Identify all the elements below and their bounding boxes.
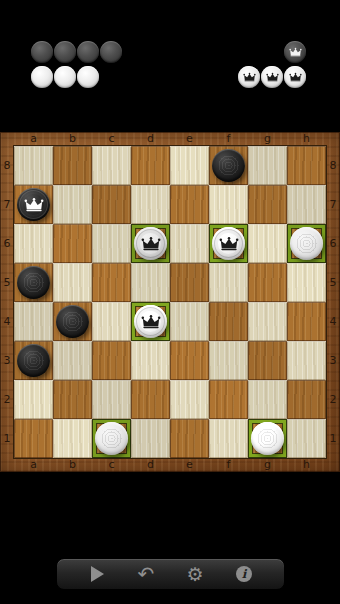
piece-black-king-a7[interactable] (17, 188, 50, 221)
square-h6[interactable] (287, 224, 326, 263)
file-label-b: b (53, 458, 92, 472)
piece-white-king-f6[interactable] (212, 227, 245, 260)
rank-label-7: 7 (326, 185, 340, 224)
square-a8[interactable] (14, 146, 53, 185)
tray-white-man (77, 66, 99, 88)
square-c2[interactable] (92, 380, 131, 419)
square-a4[interactable] (14, 302, 53, 341)
square-a7[interactable] (14, 185, 53, 224)
tray-black-man (100, 41, 122, 63)
square-b1[interactable] (53, 419, 92, 458)
tray-row-white-king (238, 66, 306, 88)
piece-white-king-d6[interactable] (134, 227, 167, 260)
tray-white-king (284, 66, 306, 88)
rank-labels-right: 87654321 (326, 146, 340, 458)
square-e7[interactable] (170, 185, 209, 224)
file-label-f: f (209, 458, 248, 472)
square-b7[interactable] (53, 185, 92, 224)
rank-label-7: 7 (0, 185, 14, 224)
square-c1[interactable] (92, 419, 131, 458)
rank-label-2: 2 (326, 380, 340, 419)
info-icon: i (236, 566, 252, 582)
file-label-d: d (131, 132, 170, 146)
square-g5[interactable] (248, 263, 287, 302)
file-label-c: c (92, 132, 131, 146)
square-a2[interactable] (14, 380, 53, 419)
square-h8[interactable] (287, 146, 326, 185)
file-label-f: f (209, 132, 248, 146)
rank-label-5: 5 (0, 263, 14, 302)
piece-white-man-g1[interactable] (251, 422, 284, 455)
square-b6[interactable] (53, 224, 92, 263)
tray-white-man (31, 66, 53, 88)
square-d8[interactable] (131, 146, 170, 185)
rank-label-8: 8 (326, 146, 340, 185)
square-c7[interactable] (92, 185, 131, 224)
piece-black-man-b4[interactable] (56, 305, 89, 338)
file-label-g: g (248, 132, 287, 146)
piece-black-man-a5[interactable] (17, 266, 50, 299)
file-labels-top: abcdefgh (14, 132, 326, 146)
square-b3[interactable] (53, 341, 92, 380)
square-h3[interactable] (287, 341, 326, 380)
tray-black-man (31, 41, 53, 63)
piece-white-king-d4[interactable] (134, 305, 167, 338)
square-g6[interactable] (248, 224, 287, 263)
file-label-h: h (287, 458, 326, 472)
settings-button[interactable]: ⚙ (184, 561, 206, 587)
square-c3[interactable] (92, 341, 131, 380)
square-g8[interactable] (248, 146, 287, 185)
info-button[interactable]: i (233, 561, 255, 587)
rank-label-3: 3 (326, 341, 340, 380)
gear-icon: ⚙ (186, 565, 203, 584)
captured-tray-left (31, 41, 122, 88)
square-b5[interactable] (53, 263, 92, 302)
rank-label-6: 6 (326, 224, 340, 263)
square-f2[interactable] (209, 380, 248, 419)
square-e8[interactable] (170, 146, 209, 185)
tray-row-white-man (31, 66, 99, 88)
square-f6[interactable] (209, 224, 248, 263)
file-label-c: c (92, 458, 131, 472)
undo-icon: ↶ (138, 564, 155, 584)
rank-label-1: 1 (326, 419, 340, 458)
rank-labels-left: 87654321 (0, 146, 14, 458)
rank-label-4: 4 (326, 302, 340, 341)
tray-row-black-man (31, 41, 122, 63)
file-label-a: a (14, 458, 53, 472)
square-d6[interactable] (131, 224, 170, 263)
square-e6[interactable] (170, 224, 209, 263)
rank-label-1: 1 (0, 419, 14, 458)
square-c5[interactable] (92, 263, 131, 302)
piece-black-man-f8[interactable] (212, 149, 245, 182)
square-h2[interactable] (287, 380, 326, 419)
square-b4[interactable] (53, 302, 92, 341)
square-f5[interactable] (209, 263, 248, 302)
rank-label-6: 6 (0, 224, 14, 263)
square-g7[interactable] (248, 185, 287, 224)
file-label-b: b (53, 132, 92, 146)
square-f8[interactable] (209, 146, 248, 185)
square-b2[interactable] (53, 380, 92, 419)
file-label-h: h (287, 132, 326, 146)
square-f7[interactable] (209, 185, 248, 224)
square-f3[interactable] (209, 341, 248, 380)
file-labels-bottom: abcdefgh (14, 458, 326, 472)
square-c4[interactable] (92, 302, 131, 341)
square-e2[interactable] (170, 380, 209, 419)
square-d7[interactable] (131, 185, 170, 224)
square-g1[interactable] (248, 419, 287, 458)
tray-black-man (54, 41, 76, 63)
file-label-a: a (14, 132, 53, 146)
square-a1[interactable] (14, 419, 53, 458)
square-a3[interactable] (14, 341, 53, 380)
file-label-e: e (170, 458, 209, 472)
toolbar: ↶⚙i (56, 558, 285, 590)
square-h7[interactable] (287, 185, 326, 224)
square-d4[interactable] (131, 302, 170, 341)
tray-white-man (54, 66, 76, 88)
square-f4[interactable] (209, 302, 248, 341)
square-h5[interactable] (287, 263, 326, 302)
play-button[interactable] (86, 561, 108, 587)
square-h4[interactable] (287, 302, 326, 341)
square-a6[interactable] (14, 224, 53, 263)
piece-white-man-c1[interactable] (95, 422, 128, 455)
piece-white-man-h6[interactable] (290, 227, 323, 260)
square-c6[interactable] (92, 224, 131, 263)
square-e1[interactable] (170, 419, 209, 458)
square-f1[interactable] (209, 419, 248, 458)
rank-label-2: 2 (0, 380, 14, 419)
square-d1[interactable] (131, 419, 170, 458)
tray-white-king (238, 66, 260, 88)
board-squares (14, 146, 326, 458)
rank-label-3: 3 (0, 341, 14, 380)
square-b8[interactable] (53, 146, 92, 185)
rank-label-8: 8 (0, 146, 14, 185)
piece-black-man-a3[interactable] (17, 344, 50, 377)
square-a5[interactable] (14, 263, 53, 302)
square-d5[interactable] (131, 263, 170, 302)
undo-button[interactable]: ↶ (135, 561, 157, 587)
tray-row-black-king (284, 41, 306, 63)
board-frame: abcdefgh abcdefgh 87654321 87654321 (0, 132, 340, 472)
square-c8[interactable] (92, 146, 131, 185)
square-d3[interactable] (131, 341, 170, 380)
square-d2[interactable] (131, 380, 170, 419)
tray-black-man (77, 41, 99, 63)
rank-label-5: 5 (326, 263, 340, 302)
rank-label-4: 4 (0, 302, 14, 341)
square-g3[interactable] (248, 341, 287, 380)
tray-black-king (284, 41, 306, 63)
file-label-d: d (131, 458, 170, 472)
square-e4[interactable] (170, 302, 209, 341)
file-label-g: g (248, 458, 287, 472)
square-e3[interactable] (170, 341, 209, 380)
square-g2[interactable] (248, 380, 287, 419)
square-e5[interactable] (170, 263, 209, 302)
play-icon (91, 566, 104, 582)
tray-white-king (261, 66, 283, 88)
square-h1[interactable] (287, 419, 326, 458)
square-g4[interactable] (248, 302, 287, 341)
captured-tray-right (238, 41, 306, 88)
file-label-e: e (170, 132, 209, 146)
